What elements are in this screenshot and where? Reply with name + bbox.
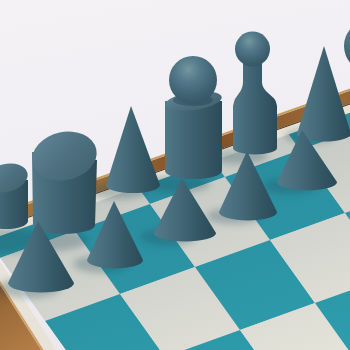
bishop-c1-cone [106, 106, 160, 193]
pieces-layer [0, 0, 350, 350]
bishop-f1-cone [297, 46, 350, 142]
king-e1-ball-column [233, 32, 277, 155]
rook-a1-cylinder [0, 159, 31, 229]
chess-photo-scene: Bauhaus-style geometric chess set on tur… [0, 0, 350, 350]
knight-g1-sphere-sliver [344, 20, 350, 72]
knight-b1-beveled-cylinder [28, 126, 102, 234]
queen-d1-ball-cylinder [164, 56, 223, 179]
